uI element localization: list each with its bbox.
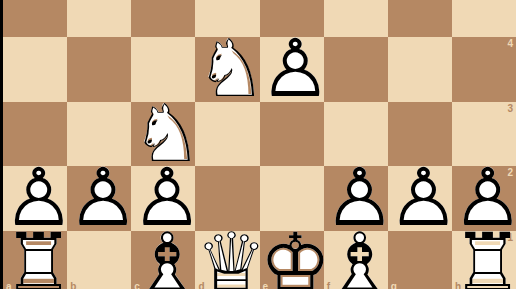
rank-label-3: 3 <box>507 104 513 114</box>
white-rook[interactable]: ♜♖ <box>452 231 516 289</box>
white-pawn[interactable]: ♟♙ <box>67 166 131 231</box>
square-d5[interactable] <box>195 0 259 37</box>
square-g1[interactable]: g <box>388 231 452 289</box>
white-pawn[interactable]: ♟♙ <box>388 166 452 231</box>
square-h1[interactable]: ♜♖1h <box>452 231 516 289</box>
square-d3[interactable] <box>195 102 259 167</box>
file-label-g: g <box>391 282 397 289</box>
square-h5[interactable]: 5 <box>452 0 516 37</box>
square-c3[interactable]: ♞♘ <box>131 102 195 167</box>
square-f1[interactable]: ♝♗f <box>324 231 388 289</box>
white-pawn[interactable]: ♟♙ <box>3 166 67 231</box>
square-g3[interactable] <box>388 102 452 167</box>
square-h3[interactable]: 3 <box>452 102 516 167</box>
square-f4[interactable] <box>324 37 388 102</box>
video-frame: 5♞♘♟♙4♞♘3♟♙♟♙♟♙♟♙♟♙♟♙2♜♖ab♝♗c♛♕d♚♔e♝♗fg♜… <box>0 0 516 289</box>
square-a5[interactable] <box>3 0 67 37</box>
square-b2[interactable]: ♟♙ <box>67 166 131 231</box>
white-bishop[interactable]: ♝♗ <box>324 231 388 289</box>
square-a3[interactable] <box>3 102 67 167</box>
square-e3[interactable] <box>260 102 324 167</box>
white-bishop[interactable]: ♝♗ <box>131 231 195 289</box>
square-e1[interactable]: ♚♔e <box>260 231 324 289</box>
white-knight[interactable]: ♞♘ <box>195 37 259 102</box>
square-d4[interactable]: ♞♘ <box>195 37 259 102</box>
square-h4[interactable]: 4 <box>452 37 516 102</box>
square-e4[interactable]: ♟♙ <box>260 37 324 102</box>
square-b5[interactable] <box>67 0 131 37</box>
square-c5[interactable] <box>131 0 195 37</box>
square-f2[interactable]: ♟♙ <box>324 166 388 231</box>
white-king[interactable]: ♚♔ <box>260 231 324 289</box>
white-rook[interactable]: ♜♖ <box>3 231 67 289</box>
white-queen[interactable]: ♛♕ <box>195 231 259 289</box>
chess-board: 5♞♘♟♙4♞♘3♟♙♟♙♟♙♟♙♟♙♟♙2♜♖ab♝♗c♛♕d♚♔e♝♗fg♜… <box>3 0 516 289</box>
square-f5[interactable] <box>324 0 388 37</box>
square-h2[interactable]: ♟♙2 <box>452 166 516 231</box>
white-pawn[interactable]: ♟♙ <box>131 166 195 231</box>
square-g5[interactable] <box>388 0 452 37</box>
square-g2[interactable]: ♟♙ <box>388 166 452 231</box>
square-d1[interactable]: ♛♕d <box>195 231 259 289</box>
square-c2[interactable]: ♟♙ <box>131 166 195 231</box>
rank-label-4: 4 <box>507 39 513 49</box>
file-label-b: b <box>70 282 76 289</box>
square-b3[interactable] <box>67 102 131 167</box>
square-d2[interactable] <box>195 166 259 231</box>
white-knight[interactable]: ♞♘ <box>131 102 195 167</box>
square-b1[interactable]: b <box>67 231 131 289</box>
square-a2[interactable]: ♟♙ <box>3 166 67 231</box>
square-a4[interactable] <box>3 37 67 102</box>
square-f3[interactable] <box>324 102 388 167</box>
square-a1[interactable]: ♜♖a <box>3 231 67 289</box>
square-c1[interactable]: ♝♗c <box>131 231 195 289</box>
square-e2[interactable] <box>260 166 324 231</box>
white-pawn[interactable]: ♟♙ <box>260 37 324 102</box>
square-b4[interactable] <box>67 37 131 102</box>
white-pawn[interactable]: ♟♙ <box>452 166 516 231</box>
square-e5[interactable] <box>260 0 324 37</box>
square-c4[interactable] <box>131 37 195 102</box>
square-g4[interactable] <box>388 37 452 102</box>
white-pawn[interactable]: ♟♙ <box>324 166 388 231</box>
